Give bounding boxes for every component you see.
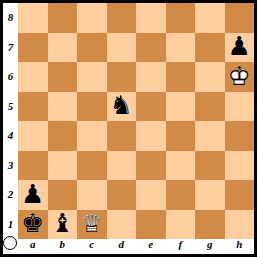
corner-cell [3,239,18,254]
black-bishop-glyph: ♝ [51,211,74,237]
white-king[interactable]: ♚♔ [225,62,255,92]
square-f8[interactable] [166,3,196,33]
file-label-f: f [166,239,196,254]
file-label-c: c [77,239,107,254]
square-h4[interactable] [225,121,255,151]
rank-label-2: 2 [3,180,18,210]
square-b4[interactable] [48,121,78,151]
square-c1[interactable]: ♛♕ [77,210,107,240]
square-e2[interactable] [136,180,166,210]
black-knight[interactable]: ♞ [107,92,137,122]
square-e5[interactable] [136,92,166,122]
file-label-h: h [225,239,255,254]
square-a8[interactable] [18,3,48,33]
square-c6[interactable] [77,62,107,92]
square-d8[interactable] [107,3,137,33]
square-h8[interactable] [225,3,255,33]
white-queen-outline: ♕ [80,211,103,237]
rank-label-4: 4 [3,121,18,151]
white-queen[interactable]: ♛♕ [77,210,107,240]
square-a2[interactable]: ♟ [18,180,48,210]
square-f3[interactable] [166,151,196,181]
black-bishop[interactable]: ♝ [48,210,78,240]
square-f7[interactable] [166,33,196,63]
square-g3[interactable] [195,151,225,181]
square-f4[interactable] [166,121,196,151]
square-d4[interactable] [107,121,137,151]
square-b2[interactable] [48,180,78,210]
file-label-a: a [18,239,48,254]
file-labels: abcdefgh [18,239,254,254]
square-f1[interactable] [166,210,196,240]
square-a6[interactable] [18,62,48,92]
square-e6[interactable] [136,62,166,92]
square-g6[interactable] [195,62,225,92]
rank-label-7: 7 [3,33,18,63]
square-a3[interactable] [18,151,48,181]
file-label-d: d [107,239,137,254]
square-e1[interactable] [136,210,166,240]
chess-board: ♟♚♔♞♟♚♝♛♕ [18,3,254,239]
square-h6[interactable]: ♚♔ [225,62,255,92]
rank-label-1: 1 [3,210,18,240]
square-c8[interactable] [77,3,107,33]
square-a5[interactable] [18,92,48,122]
square-f5[interactable] [166,92,196,122]
square-b3[interactable] [48,151,78,181]
black-king-glyph: ♚ [21,211,44,237]
square-c2[interactable] [77,180,107,210]
black-king[interactable]: ♚ [18,210,48,240]
square-d1[interactable] [107,210,137,240]
black-knight-glyph: ♞ [110,93,133,119]
square-c4[interactable] [77,121,107,151]
square-a1[interactable]: ♚ [18,210,48,240]
square-c5[interactable] [77,92,107,122]
black-pawn[interactable]: ♟ [225,33,255,63]
rank-labels: 87654321 [3,3,18,239]
square-e7[interactable] [136,33,166,63]
white-king-outline: ♔ [228,63,251,89]
square-a7[interactable] [18,33,48,63]
rank-label-8: 8 [3,3,18,33]
square-b8[interactable] [48,3,78,33]
square-f2[interactable] [166,180,196,210]
square-b6[interactable] [48,62,78,92]
square-g4[interactable] [195,121,225,151]
square-g5[interactable] [195,92,225,122]
black-pawn-glyph: ♟ [228,34,251,60]
square-g7[interactable] [195,33,225,63]
black-pawn[interactable]: ♟ [18,180,48,210]
square-h3[interactable] [225,151,255,181]
square-b1[interactable]: ♝ [48,210,78,240]
square-a4[interactable] [18,121,48,151]
square-b5[interactable] [48,92,78,122]
square-d3[interactable] [107,151,137,181]
square-g8[interactable] [195,3,225,33]
square-h7[interactable]: ♟ [225,33,255,63]
square-d5[interactable]: ♞ [107,92,137,122]
black-pawn-glyph: ♟ [21,181,44,207]
square-g2[interactable] [195,180,225,210]
square-d2[interactable] [107,180,137,210]
square-c3[interactable] [77,151,107,181]
square-e8[interactable] [136,3,166,33]
square-f6[interactable] [166,62,196,92]
rank-label-3: 3 [3,151,18,181]
file-label-g: g [195,239,225,254]
square-e4[interactable] [136,121,166,151]
rank-label-5: 5 [3,92,18,122]
chess-diagram: 87654321 ♟♚♔♞♟♚♝♛♕ abcdefgh [0,0,257,257]
square-g1[interactable] [195,210,225,240]
file-label-b: b [48,239,78,254]
square-d6[interactable] [107,62,137,92]
rank-label-6: 6 [3,62,18,92]
square-e3[interactable] [136,151,166,181]
square-h1[interactable] [225,210,255,240]
side-to-move-indicator [3,236,17,250]
square-d7[interactable] [107,33,137,63]
square-h2[interactable] [225,180,255,210]
square-c7[interactable] [77,33,107,63]
square-b7[interactable] [48,33,78,63]
file-label-e: e [136,239,166,254]
square-h5[interactable] [225,92,255,122]
